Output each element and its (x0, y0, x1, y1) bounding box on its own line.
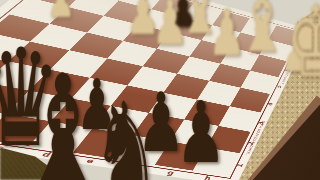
white-king[interactable]: ♚ (286, 0, 320, 92)
chess-photo-scene: abcdefgh12345678WWW.SKLEPSZACHOWY.PLWWW.… (0, 0, 320, 180)
white-pawn[interactable]: ♟ (47, 0, 75, 24)
black-pawn[interactable]: ♟ (176, 90, 226, 175)
